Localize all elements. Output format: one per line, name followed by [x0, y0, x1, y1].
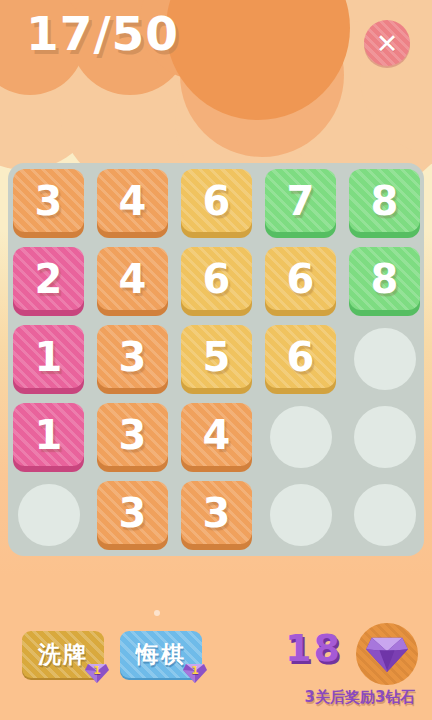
tile-3-r1c1[interactable]: 3: [13, 169, 84, 232]
tile-number: 6: [203, 181, 231, 221]
empty-slot: [354, 406, 416, 468]
board-cell-r4c2: 3: [97, 403, 168, 472]
gem-shop-button[interactable]: [356, 623, 418, 685]
progress-counter: 17/50: [26, 6, 179, 61]
tile-number: 6: [287, 337, 315, 377]
undo-cost-badge: 1: [182, 661, 208, 685]
tile-3-r4c2[interactable]: 3: [97, 403, 168, 466]
board-cell-r3c1: 1: [13, 325, 84, 394]
tile-number: 8: [371, 259, 399, 299]
empty-cell-r4c5: [349, 403, 420, 472]
tile-8-r1c5[interactable]: 8: [349, 169, 420, 232]
board-cell-r2c3: 6: [181, 247, 252, 316]
empty-slot: [270, 406, 332, 468]
board-cell-r2c1: 2: [13, 247, 84, 316]
tile-4-r2c2[interactable]: 4: [97, 247, 168, 310]
close-button[interactable]: ✕: [364, 20, 410, 66]
tile-number: 3: [203, 493, 231, 533]
close-icon: ✕: [376, 30, 399, 57]
board-cell-r1c4: 7: [265, 169, 336, 238]
tile-number: 4: [203, 415, 231, 455]
empty-slot: [354, 484, 416, 546]
board-cell-r5c3: 3: [181, 481, 252, 550]
diamond-gem-icon: [364, 634, 410, 674]
shuffle-cost-badge: 1: [84, 661, 110, 685]
tile-number: 3: [119, 415, 147, 455]
board-cell-r3c3: 5: [181, 325, 252, 394]
gem-count: 18: [264, 626, 342, 670]
tile-1-r3c1[interactable]: 1: [13, 325, 84, 388]
undo-button[interactable]: 悔棋 1: [120, 631, 202, 678]
tile-6-r2c3[interactable]: 6: [181, 247, 252, 310]
tile-6-r1c3[interactable]: 6: [181, 169, 252, 232]
particle-speck: [154, 610, 160, 616]
tile-4-r1c2[interactable]: 4: [97, 169, 168, 232]
shuffle-button[interactable]: 洗牌 1: [22, 631, 104, 678]
board-cell-r2c5: 8: [349, 247, 420, 316]
empty-slot: [270, 484, 332, 546]
empty-cell-r5c5: [349, 481, 420, 550]
tile-5-r3c3[interactable]: 5: [181, 325, 252, 388]
tile-number: 5: [203, 337, 231, 377]
board-cell-r4c3: 4: [181, 403, 252, 472]
board-cell-r2c2: 4: [97, 247, 168, 316]
empty-slot: [354, 328, 416, 390]
board-cell-r5c2: 3: [97, 481, 168, 550]
tile-number: 3: [119, 493, 147, 533]
tile-number: 2: [35, 259, 63, 299]
tile-3-r3c2[interactable]: 3: [97, 325, 168, 388]
tile-7-r1c4[interactable]: 7: [265, 169, 336, 232]
tile-number: 6: [203, 259, 231, 299]
tile-number: 4: [119, 259, 147, 299]
tile-3-r5c2[interactable]: 3: [97, 481, 168, 544]
board-cell-r1c1: 3: [13, 169, 84, 238]
tile-1-r4c1[interactable]: 1: [13, 403, 84, 466]
empty-cell-r4c4: [265, 403, 336, 472]
reward-note: 3关后奖励3钻石: [292, 688, 428, 707]
tile-number: 8: [371, 181, 399, 221]
tile-4-r4c3[interactable]: 4: [181, 403, 252, 466]
tile-number: 1: [35, 337, 63, 377]
empty-cell-r5c4: [265, 481, 336, 550]
undo-button-label: 悔棋: [136, 639, 186, 670]
board-cell-r1c3: 6: [181, 169, 252, 238]
board-cell-r4c1: 1: [13, 403, 84, 472]
empty-slot: [18, 484, 80, 546]
board-cell-r3c2: 3: [97, 325, 168, 394]
shuffle-cost-value: 1: [84, 664, 110, 677]
empty-cell-r5c1: [13, 481, 84, 550]
tile-number: 4: [119, 181, 147, 221]
tile-number: 6: [287, 259, 315, 299]
tile-number: 3: [119, 337, 147, 377]
game-screen: 17/50 ✕ 3467824668135613433 洗牌 1 悔棋 1: [0, 0, 432, 720]
board-cell-r1c2: 4: [97, 169, 168, 238]
tile-number: 1: [35, 415, 63, 455]
tile-8-r2c5[interactable]: 8: [349, 247, 420, 310]
undo-cost-value: 1: [182, 664, 208, 677]
tile-2-r2c1[interactable]: 2: [13, 247, 84, 310]
tile-number: 7: [287, 181, 315, 221]
shuffle-button-label: 洗牌: [38, 639, 88, 670]
tile-6-r3c4[interactable]: 6: [265, 325, 336, 388]
board-cell-r3c4: 6: [265, 325, 336, 394]
board-cell-r2c4: 6: [265, 247, 336, 316]
empty-cell-r3c5: [349, 325, 420, 394]
tile-6-r2c4[interactable]: 6: [265, 247, 336, 310]
tile-3-r5c3[interactable]: 3: [181, 481, 252, 544]
tile-number: 3: [35, 181, 63, 221]
board-cell-r1c5: 8: [349, 169, 420, 238]
board-grid: 3467824668135613433: [8, 163, 424, 556]
